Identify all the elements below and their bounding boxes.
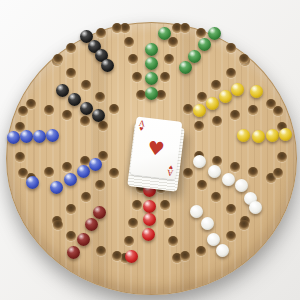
board-hole[interactable]	[273, 168, 283, 178]
board-hole[interactable]	[109, 168, 119, 178]
marble-blue[interactable]	[26, 176, 39, 189]
board-hole[interactable]	[194, 121, 204, 131]
board-hole[interactable]	[168, 236, 178, 246]
board-hole[interactable]	[156, 90, 166, 100]
marble-yellow[interactable]	[219, 90, 232, 103]
marble-yellow[interactable]	[266, 129, 279, 142]
board-hole[interactable]	[62, 110, 72, 120]
marble-blue[interactable]	[46, 129, 59, 142]
board-hole[interactable]	[180, 251, 190, 261]
marble-blue[interactable]	[77, 165, 90, 178]
board-hole[interactable]	[18, 106, 28, 116]
board-hole[interactable]	[95, 180, 105, 190]
marble-blue[interactable]	[50, 181, 63, 194]
board-hole[interactable]	[164, 218, 174, 228]
board-hole[interactable]	[128, 54, 138, 64]
board-hole[interactable]	[124, 236, 134, 246]
board-hole[interactable]	[132, 72, 142, 82]
board-hole[interactable]	[239, 220, 249, 230]
marble-yellow[interactable]	[252, 130, 265, 143]
board-hole[interactable]	[132, 200, 142, 210]
marble-green[interactable]	[145, 72, 158, 85]
board-hole[interactable]	[273, 106, 283, 116]
board-hole[interactable]	[183, 104, 193, 114]
marble-blue[interactable]	[89, 158, 102, 171]
board-hole[interactable]	[66, 43, 76, 53]
marble-black[interactable]	[56, 84, 69, 97]
board-hole[interactable]	[226, 204, 236, 214]
marble-green[interactable]	[188, 50, 201, 63]
board-hole[interactable]	[15, 152, 25, 162]
board-hole[interactable]	[226, 43, 236, 53]
board-hole[interactable]	[98, 121, 108, 131]
board-hole[interactable]	[160, 72, 170, 82]
board-hole[interactable]	[248, 105, 258, 115]
board-hole[interactable]	[53, 54, 63, 64]
board-hole[interactable]	[80, 116, 90, 126]
board-hole[interactable]	[112, 251, 122, 261]
board-hole[interactable]	[81, 80, 91, 90]
marble-blue[interactable]	[7, 131, 20, 144]
marble-green[interactable]	[145, 57, 158, 70]
board-hole[interactable]	[211, 192, 221, 202]
board-hole[interactable]	[197, 180, 207, 190]
marble-blue[interactable]	[20, 130, 33, 143]
marble-yellow[interactable]	[279, 128, 292, 141]
board-hole[interactable]	[212, 116, 222, 126]
board-hole[interactable]	[26, 99, 36, 109]
marble-white[interactable]	[190, 205, 203, 218]
board-hole[interactable]	[44, 167, 54, 177]
board-hole[interactable]	[211, 80, 221, 90]
marble-blue[interactable]	[33, 130, 46, 143]
board-hole[interactable]	[62, 162, 72, 172]
marble-dark_red[interactable]	[77, 233, 90, 246]
marble-green[interactable]	[158, 27, 171, 40]
marble-yellow[interactable]	[206, 97, 219, 110]
marble-white[interactable]	[235, 179, 248, 192]
marble-green[interactable]	[145, 43, 158, 56]
board-hole[interactable]	[196, 246, 206, 256]
board-hole[interactable]	[239, 54, 249, 64]
board-hole[interactable]	[66, 68, 76, 78]
board-hole[interactable]	[53, 220, 63, 230]
marble-white[interactable]	[193, 155, 206, 168]
photo-background: A♥ ♥ A♥	[0, 0, 300, 300]
board-hole[interactable]	[66, 231, 76, 241]
marble-white[interactable]	[201, 217, 214, 230]
marble-dark_red[interactable]	[67, 246, 80, 259]
marble-yellow[interactable]	[250, 85, 263, 98]
board-hole[interactable]	[230, 110, 240, 120]
marble-green[interactable]	[145, 87, 158, 100]
board-hole[interactable]	[226, 231, 236, 241]
marble-red[interactable]	[143, 213, 156, 226]
board-hole[interactable]	[96, 246, 106, 256]
board-hole[interactable]	[230, 162, 240, 172]
marble-yellow[interactable]	[193, 104, 206, 117]
marble-white[interactable]	[249, 201, 262, 214]
marble-green[interactable]	[179, 61, 192, 74]
board-hole[interactable]	[95, 92, 105, 102]
marble-black[interactable]	[101, 59, 114, 72]
board-hole[interactable]	[168, 37, 178, 47]
marble-red[interactable]	[142, 228, 155, 241]
marble-red[interactable]	[125, 250, 138, 263]
board-hole[interactable]	[248, 167, 258, 177]
board-hole[interactable]	[81, 192, 91, 202]
board-hole[interactable]	[164, 54, 174, 64]
board-hole[interactable]	[66, 204, 76, 214]
marble-white[interactable]	[207, 233, 220, 246]
marble-yellow[interactable]	[231, 83, 244, 96]
marble-green[interactable]	[198, 38, 211, 51]
marble-white[interactable]	[216, 244, 229, 257]
game-board: A♥ ♥ A♥	[6, 22, 297, 295]
board-hole[interactable]	[183, 168, 193, 178]
board-hole[interactable]	[18, 168, 28, 178]
marble-green[interactable]	[208, 27, 221, 40]
heart-icon: ♥	[130, 116, 183, 179]
board-hole[interactable]	[44, 105, 54, 115]
marble-dark_red[interactable]	[93, 206, 106, 219]
ace-of-hearts-card[interactable]: A♥ ♥ A♥	[130, 116, 183, 179]
board-hole[interactable]	[128, 218, 138, 228]
marble-black[interactable]	[92, 109, 105, 122]
board-hole[interactable]	[160, 200, 170, 210]
board-hole[interactable]	[277, 152, 287, 162]
board-hole[interactable]	[226, 68, 236, 78]
marble-white[interactable]	[222, 173, 235, 186]
board-hole[interactable]	[96, 28, 106, 38]
board-hole[interactable]	[196, 28, 206, 38]
marble-dark_red[interactable]	[85, 218, 98, 231]
marble-blue[interactable]	[64, 173, 77, 186]
marble-yellow[interactable]	[237, 129, 250, 142]
board-hole[interactable]	[124, 37, 134, 47]
board-hole[interactable]	[109, 104, 119, 114]
marble-black[interactable]	[68, 93, 81, 106]
marble-black[interactable]	[80, 102, 93, 115]
marble-white[interactable]	[208, 165, 221, 178]
board-hole[interactable]	[180, 23, 190, 33]
marble-red[interactable]	[143, 200, 156, 213]
board-hole[interactable]	[112, 23, 122, 33]
